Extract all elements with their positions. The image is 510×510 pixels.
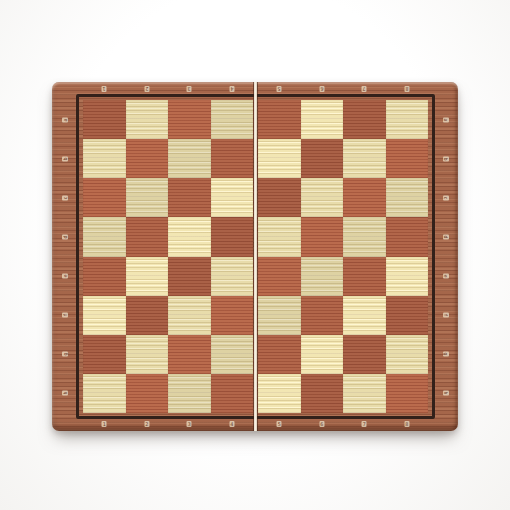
product-photo: 1234567812345678abcdefghabcdefgh <box>0 0 510 510</box>
coordinate-label-bottom-4: 4 <box>229 421 234 427</box>
square-r2c5[interactable] <box>258 139 301 178</box>
square-r3c8[interactable] <box>386 178 429 217</box>
square-r2c6[interactable] <box>301 139 344 178</box>
coordinate-label-left-e: e <box>62 274 68 279</box>
coordinate-label-right-e: e <box>443 274 449 279</box>
coordinate-label-bottom-6: 6 <box>319 421 324 427</box>
square-r6c2[interactable] <box>126 296 169 335</box>
board-right-half <box>258 100 428 413</box>
square-r3c1[interactable] <box>83 178 126 217</box>
square-r5c1[interactable] <box>83 257 126 296</box>
square-r5c7[interactable] <box>343 257 386 296</box>
square-r3c7[interactable] <box>343 178 386 217</box>
square-r7c5[interactable] <box>258 335 301 374</box>
coordinate-label-left-f: f <box>62 313 68 318</box>
square-r6c7[interactable] <box>343 296 386 335</box>
square-r2c1[interactable] <box>83 139 126 178</box>
square-r8c4[interactable] <box>211 374 254 413</box>
coordinate-label-top-3: 3 <box>187 86 192 92</box>
coordinate-label-left-h: h <box>62 391 68 396</box>
coordinate-label-right-b: b <box>443 156 449 161</box>
coordinate-label-top-1: 1 <box>102 86 107 92</box>
square-r2c3[interactable] <box>168 139 211 178</box>
square-r8c8[interactable] <box>386 374 429 413</box>
square-r8c3[interactable] <box>168 374 211 413</box>
square-r7c3[interactable] <box>168 335 211 374</box>
square-r5c8[interactable] <box>386 257 429 296</box>
coordinate-label-bottom-8: 8 <box>404 421 409 427</box>
square-r1c2[interactable] <box>126 100 169 139</box>
coordinate-label-top-4: 4 <box>229 86 234 92</box>
square-r6c5[interactable] <box>258 296 301 335</box>
square-r3c3[interactable] <box>168 178 211 217</box>
coordinate-label-bottom-2: 2 <box>144 421 149 427</box>
square-r4c7[interactable] <box>343 217 386 256</box>
square-r4c4[interactable] <box>211 217 254 256</box>
square-r5c6[interactable] <box>301 257 344 296</box>
square-r2c2[interactable] <box>126 139 169 178</box>
square-r5c3[interactable] <box>168 257 211 296</box>
square-r1c4[interactable] <box>211 100 254 139</box>
square-r8c6[interactable] <box>301 374 344 413</box>
square-r8c1[interactable] <box>83 374 126 413</box>
square-r8c2[interactable] <box>126 374 169 413</box>
coordinate-label-top-2: 2 <box>144 86 149 92</box>
square-r1c8[interactable] <box>386 100 429 139</box>
coordinate-label-left-b: b <box>62 156 68 161</box>
coordinate-label-right-f: f <box>443 313 449 318</box>
square-r6c3[interactable] <box>168 296 211 335</box>
square-r2c8[interactable] <box>386 139 429 178</box>
square-r7c8[interactable] <box>386 335 429 374</box>
square-r7c7[interactable] <box>343 335 386 374</box>
coordinate-label-right-d: d <box>443 234 449 239</box>
square-r2c4[interactable] <box>211 139 254 178</box>
square-r6c8[interactable] <box>386 296 429 335</box>
square-r1c7[interactable] <box>343 100 386 139</box>
square-r1c3[interactable] <box>168 100 211 139</box>
square-r5c5[interactable] <box>258 257 301 296</box>
square-r4c3[interactable] <box>168 217 211 256</box>
square-r6c1[interactable] <box>83 296 126 335</box>
coordinate-label-left-a: a <box>62 117 68 122</box>
square-r1c1[interactable] <box>83 100 126 139</box>
square-r6c6[interactable] <box>301 296 344 335</box>
fold-seam <box>253 82 258 431</box>
coordinate-label-left-g: g <box>62 352 68 357</box>
coordinate-label-left-c: c <box>62 195 68 200</box>
square-r3c5[interactable] <box>258 178 301 217</box>
square-r6c4[interactable] <box>211 296 254 335</box>
coordinate-label-right-h: h <box>443 391 449 396</box>
square-r8c5[interactable] <box>258 374 301 413</box>
board-left-half <box>83 100 253 413</box>
coordinate-label-bottom-3: 3 <box>187 421 192 427</box>
square-r3c6[interactable] <box>301 178 344 217</box>
coordinate-label-bottom-1: 1 <box>102 421 107 427</box>
square-r4c2[interactable] <box>126 217 169 256</box>
square-r7c6[interactable] <box>301 335 344 374</box>
coordinate-label-right-a: a <box>443 117 449 122</box>
square-r1c5[interactable] <box>258 100 301 139</box>
coordinate-label-left-d: d <box>62 234 68 239</box>
square-r7c4[interactable] <box>211 335 254 374</box>
coordinate-label-right-c: c <box>443 195 449 200</box>
coordinate-label-top-8: 8 <box>404 86 409 92</box>
square-r4c8[interactable] <box>386 217 429 256</box>
coordinate-label-bottom-7: 7 <box>362 421 367 427</box>
square-r5c2[interactable] <box>126 257 169 296</box>
square-r2c7[interactable] <box>343 139 386 178</box>
square-r1c6[interactable] <box>301 100 344 139</box>
coordinate-label-top-7: 7 <box>362 86 367 92</box>
coordinate-label-bottom-5: 5 <box>277 421 282 427</box>
coordinate-label-top-6: 6 <box>319 86 324 92</box>
coordinate-label-right-g: g <box>443 352 449 357</box>
square-r8c7[interactable] <box>343 374 386 413</box>
square-r4c1[interactable] <box>83 217 126 256</box>
chessboard: 1234567812345678abcdefghabcdefgh <box>52 82 458 431</box>
square-r4c5[interactable] <box>258 217 301 256</box>
square-r7c2[interactable] <box>126 335 169 374</box>
square-r5c4[interactable] <box>211 257 254 296</box>
square-r4c6[interactable] <box>301 217 344 256</box>
square-r3c4[interactable] <box>211 178 254 217</box>
coordinate-label-top-5: 5 <box>277 86 282 92</box>
square-r3c2[interactable] <box>126 178 169 217</box>
square-r7c1[interactable] <box>83 335 126 374</box>
